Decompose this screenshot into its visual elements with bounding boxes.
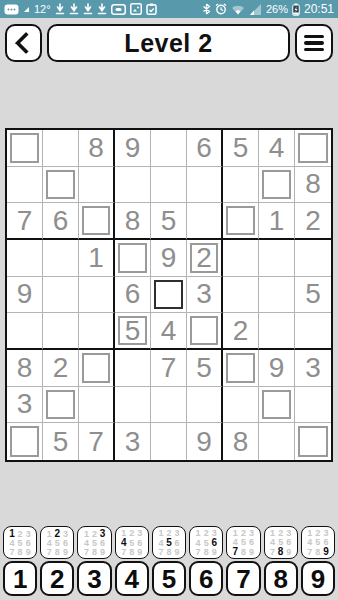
triangle-icon — [23, 6, 30, 13]
cell-digit: 3 — [17, 390, 33, 418]
cell-digit: 5 — [305, 280, 321, 308]
sudoku-board: 8965487685121929635542827593357398 — [5, 128, 333, 462]
status-left: 12° — [4, 0, 157, 18]
pencil-button-4[interactable]: 123456789 — [115, 526, 149, 559]
number-button-digit: 9 — [311, 566, 325, 592]
cell-r7c8[interactable]: 9 — [259, 350, 295, 387]
cell-digit: 1 — [88, 244, 104, 272]
cell-r2c6[interactable] — [187, 167, 223, 204]
diagonal-marker — [46, 170, 75, 200]
chat-icon — [4, 4, 19, 15]
number-button-9[interactable]: 9 — [301, 561, 335, 596]
download-icon — [69, 3, 79, 15]
diagonal-marker — [10, 133, 39, 163]
cell-r3c7[interactable] — [223, 203, 259, 240]
cell-r8c7[interactable] — [223, 387, 259, 424]
diagonal-marker — [82, 206, 110, 235]
number-button-7[interactable]: 7 — [226, 561, 260, 596]
number-button-digit: 1 — [13, 566, 27, 592]
cell-r2c7[interactable] — [223, 167, 259, 204]
cell-digit: 5 — [161, 207, 177, 235]
cell-r5c4[interactable]: 6 — [115, 277, 151, 314]
cell-r9c7[interactable]: 8 — [223, 423, 259, 460]
cell-r6c8[interactable] — [259, 313, 295, 350]
cell-r4c3[interactable]: 1 — [79, 240, 115, 277]
cell-digit: 6 — [53, 207, 69, 235]
cell-r6c9[interactable] — [295, 313, 331, 350]
cell-r7c1[interactable]: 8 — [7, 350, 43, 387]
cell-r6c7[interactable]: 2 — [223, 313, 259, 350]
pencil-button-2[interactable]: 123456789 — [40, 526, 74, 559]
pencil-button-1[interactable]: 123456789 — [3, 526, 37, 559]
download-icon — [83, 3, 93, 15]
cell-digit: 5 — [53, 428, 69, 456]
clipboard-icon — [146, 3, 157, 15]
cell-r9c4[interactable]: 3 — [115, 423, 151, 460]
cell-r1c4[interactable]: 9 — [115, 130, 151, 167]
cell-digit: 7 — [161, 354, 177, 382]
download-icon — [55, 3, 65, 15]
cell-r5c1[interactable]: 9 — [7, 277, 43, 314]
diagonal-marker — [226, 353, 255, 383]
menu-button[interactable] — [295, 24, 333, 62]
cell-r5c9[interactable]: 5 — [295, 277, 331, 314]
cell-r9c2[interactable]: 5 — [43, 423, 79, 460]
cell-digit: 4 — [161, 317, 177, 345]
cell-r2c1[interactable] — [7, 167, 43, 204]
cell-r8c2[interactable] — [43, 387, 79, 424]
cell-digit: 2 — [196, 244, 212, 272]
cell-r9c8[interactable] — [259, 423, 295, 460]
signal-icon — [249, 4, 262, 15]
cell-digit: 9 — [269, 354, 285, 382]
cell-digit: 2 — [53, 354, 69, 382]
cell-r4c7[interactable] — [223, 240, 259, 277]
cell-r1c9[interactable] — [295, 130, 331, 167]
number-button-1[interactable]: 1 — [3, 561, 37, 596]
alarm-icon — [215, 3, 227, 15]
number-button-digit: 8 — [273, 566, 287, 592]
cell-r2c2[interactable] — [43, 167, 79, 204]
cell-digit: 7 — [17, 207, 33, 235]
diagonal-marker — [262, 170, 291, 200]
cell-r8c6[interactable] — [187, 387, 223, 424]
cell-r3c6[interactable] — [187, 203, 223, 240]
cell-r9c6[interactable]: 9 — [187, 423, 223, 460]
cell-r7c7[interactable] — [223, 350, 259, 387]
cell-r3c2[interactable]: 6 — [43, 203, 79, 240]
cell-r3c5[interactable]: 5 — [151, 203, 187, 240]
temperature-text: 12° — [34, 0, 51, 18]
diagonal-marker — [46, 390, 75, 420]
pencil-button-3[interactable]: 123456789 — [77, 526, 111, 559]
cell-r6c5[interactable]: 4 — [151, 313, 187, 350]
diagonal-marker — [82, 353, 110, 383]
cell-r8c8[interactable] — [259, 387, 295, 424]
diagonal-marker — [262, 390, 291, 420]
download-icon — [97, 3, 107, 15]
cell-r3c3[interactable] — [79, 203, 115, 240]
back-button[interactable] — [5, 24, 42, 62]
cell-r8c5[interactable] — [151, 387, 187, 424]
cell-r9c1[interactable] — [7, 423, 43, 460]
cell-digit: 9 — [196, 428, 212, 456]
cell-digit: 3 — [305, 354, 321, 382]
cell-digit: 9 — [125, 134, 141, 162]
cell-r9c3[interactable]: 7 — [79, 423, 115, 460]
cell-digit: 5 — [196, 354, 212, 382]
cell-r7c3[interactable] — [79, 350, 115, 387]
cell-r9c5[interactable] — [151, 423, 187, 460]
diagonal-marker — [154, 280, 183, 310]
app-screen: 12° — [0, 0, 338, 600]
number-button-digit: 2 — [50, 566, 64, 592]
header-bar: Level 2 — [5, 24, 333, 62]
diagonal-marker — [190, 316, 218, 345]
diagonal-marker — [298, 426, 328, 457]
cell-r1c5[interactable] — [151, 130, 187, 167]
cell-r4c1[interactable] — [7, 240, 43, 277]
cell-r4c9[interactable] — [295, 240, 331, 277]
bluetooth-icon — [202, 3, 211, 15]
pencil-button-8[interactable]: 123456789 — [264, 526, 298, 559]
cell-digit: 5 — [125, 317, 141, 345]
diagonal-marker — [10, 426, 39, 457]
cell-r6c6[interactable] — [187, 313, 223, 350]
pencil-row: 1234567891234567891234567891234567891234… — [3, 526, 335, 559]
battery-percent-text: 26% — [266, 0, 288, 18]
back-chevron-icon — [14, 32, 37, 55]
cell-r1c6[interactable]: 6 — [187, 130, 223, 167]
number-button-8[interactable]: 8 — [264, 561, 298, 596]
level-title-box: Level 2 — [47, 24, 290, 62]
cell-r8c3[interactable] — [79, 387, 115, 424]
cell-digit: 6 — [125, 280, 141, 308]
cell-r6c3[interactable] — [79, 313, 115, 350]
screenshot-icon — [111, 4, 126, 15]
pencil-button-9[interactable]: 123456789 — [301, 526, 335, 559]
number-button-5[interactable]: 5 — [152, 561, 186, 596]
cell-r6c2[interactable] — [43, 313, 79, 350]
cell-r3c8[interactable]: 1 — [259, 203, 295, 240]
cell-r7c9[interactable]: 3 — [295, 350, 331, 387]
diagonal-marker — [226, 206, 255, 235]
cell-digit: 2 — [305, 207, 321, 235]
cell-r5c8[interactable] — [259, 277, 295, 314]
number-button-digit: 6 — [199, 566, 213, 592]
clock-text: 20:51 — [304, 0, 334, 18]
number-button-digit: 4 — [125, 566, 139, 592]
cell-r4c8[interactable] — [259, 240, 295, 277]
cell-r2c8[interactable] — [259, 167, 295, 204]
cell-r1c3[interactable]: 8 — [79, 130, 115, 167]
cell-r7c6[interactable]: 5 — [187, 350, 223, 387]
cell-r2c9[interactable]: 8 — [295, 167, 331, 204]
cell-digit: 7 — [88, 428, 104, 456]
cell-digit: 3 — [196, 280, 212, 308]
cell-digit: 8 — [88, 134, 104, 162]
cell-r3c9[interactable]: 2 — [295, 203, 331, 240]
status-right: 26% 20:51 — [202, 0, 334, 18]
cell-r7c4[interactable] — [115, 350, 151, 387]
number-button-digit: 5 — [162, 566, 176, 592]
cell-r7c5[interactable]: 7 — [151, 350, 187, 387]
cell-r4c6[interactable]: 2 — [187, 240, 223, 277]
cell-r3c4[interactable]: 8 — [115, 203, 151, 240]
pencil-button-7[interactable]: 123456789 — [226, 526, 260, 559]
cell-digit: 6 — [196, 134, 212, 162]
cell-r7c2[interactable]: 2 — [43, 350, 79, 387]
cell-r5c7[interactable] — [223, 277, 259, 314]
cell-digit: 3 — [125, 428, 141, 456]
cell-r8c4[interactable] — [115, 387, 151, 424]
cell-r5c6[interactable]: 3 — [187, 277, 223, 314]
cell-r1c8[interactable]: 4 — [259, 130, 295, 167]
cell-r2c3[interactable] — [79, 167, 115, 204]
cell-r6c4[interactable]: 5 — [115, 313, 151, 350]
cell-r8c1[interactable]: 3 — [7, 387, 43, 424]
cell-r3c1[interactable]: 7 — [7, 203, 43, 240]
cell-r2c4[interactable] — [115, 167, 151, 204]
number-button-3[interactable]: 3 — [77, 561, 111, 596]
hamburger-icon — [304, 35, 324, 52]
keypad: 1234567891234567891234567891234567891234… — [0, 526, 338, 596]
cell-digit: 8 — [233, 428, 249, 456]
wifi-icon — [231, 4, 245, 15]
cell-r6c1[interactable] — [7, 313, 43, 350]
cell-r1c1[interactable] — [7, 130, 43, 167]
cell-r8c9[interactable] — [295, 387, 331, 424]
number-button-4[interactable]: 4 — [115, 561, 149, 596]
diagonal-marker — [298, 133, 328, 163]
cell-digit: 9 — [17, 280, 33, 308]
number-button-6[interactable]: 6 — [189, 561, 223, 596]
cell-r1c7[interactable]: 5 — [223, 130, 259, 167]
number-button-2[interactable]: 2 — [40, 561, 74, 596]
cell-digit: 4 — [269, 134, 285, 162]
diagonal-marker — [118, 243, 147, 273]
battery-icon — [292, 3, 300, 16]
cell-r4c4[interactable] — [115, 240, 151, 277]
cell-digit: 8 — [305, 170, 321, 198]
cell-r5c2[interactable] — [43, 277, 79, 314]
cell-r5c5[interactable] — [151, 277, 187, 314]
cell-r9c9[interactable] — [295, 423, 331, 460]
cell-digit: 5 — [233, 134, 249, 162]
cell-digit: 8 — [125, 207, 141, 235]
number-button-digit: 7 — [236, 566, 250, 592]
cell-digit: 1 — [269, 207, 285, 235]
cell-r4c2[interactable] — [43, 240, 79, 277]
cell-r5c3[interactable] — [79, 277, 115, 314]
pencil-button-6[interactable]: 123456789 — [189, 526, 223, 559]
number-row: 123456789 — [3, 561, 335, 596]
cell-r1c2[interactable] — [43, 130, 79, 167]
page-title: Level 2 — [124, 29, 212, 58]
status-bar: 12° — [0, 0, 338, 18]
cell-digit: 9 — [161, 244, 177, 272]
image-icon — [130, 3, 142, 15]
cell-r2c5[interactable] — [151, 167, 187, 204]
number-button-digit: 3 — [87, 566, 101, 592]
cell-digit: 8 — [17, 354, 33, 382]
pencil-button-5[interactable]: 123456789 — [152, 526, 186, 559]
cell-r4c5[interactable]: 9 — [151, 240, 187, 277]
cell-digit: 2 — [233, 317, 249, 345]
